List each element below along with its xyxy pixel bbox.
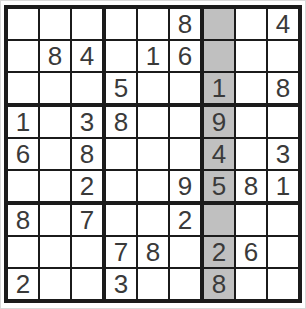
cell-r8c9[interactable] [268, 237, 298, 269]
cell-r1c2[interactable] [40, 9, 72, 41]
cell-r8c2[interactable] [40, 237, 72, 269]
cell-r9c7[interactable]: 8 [204, 269, 236, 299]
cell-r9c3[interactable] [72, 269, 106, 299]
cell-r2c2[interactable]: 8 [40, 41, 72, 73]
cell-r3c9[interactable]: 8 [268, 73, 298, 107]
cell-r3c7[interactable]: 1 [204, 73, 236, 107]
cell-r9c5[interactable] [138, 269, 170, 299]
cell-r9c9[interactable] [268, 269, 298, 299]
cell-r9c8[interactable] [236, 269, 268, 299]
cell-r2c8[interactable] [236, 41, 268, 73]
cell-r4c2[interactable] [40, 107, 72, 139]
cell-r7c1[interactable]: 8 [8, 205, 40, 237]
cell-r3c6[interactable] [170, 73, 204, 107]
cell-r4c6[interactable] [170, 107, 204, 139]
cell-r1c7[interactable] [204, 9, 236, 41]
cell-r5c3[interactable]: 8 [72, 139, 106, 171]
cell-r4c9[interactable] [268, 107, 298, 139]
cell-r9c2[interactable] [40, 269, 72, 299]
cell-r4c5[interactable] [138, 107, 170, 139]
cell-r5c6[interactable] [170, 139, 204, 171]
cell-r3c3[interactable] [72, 73, 106, 107]
cell-r7c4[interactable] [106, 205, 138, 237]
cell-r5c4[interactable] [106, 139, 138, 171]
cell-r5c2[interactable] [40, 139, 72, 171]
cell-r1c9[interactable]: 4 [268, 9, 298, 41]
cell-r5c1[interactable]: 6 [8, 139, 40, 171]
cell-r8c1[interactable] [8, 237, 40, 269]
cell-r8c4[interactable]: 7 [106, 237, 138, 269]
cell-r7c3[interactable]: 7 [72, 205, 106, 237]
cell-r2c3[interactable]: 4 [72, 41, 106, 73]
cell-r4c3[interactable]: 3 [72, 107, 106, 139]
sudoku-page: 84841651813896843295818727826238 [0, 0, 306, 309]
cell-r5c9[interactable]: 3 [268, 139, 298, 171]
cell-r5c5[interactable] [138, 139, 170, 171]
cell-r4c8[interactable] [236, 107, 268, 139]
cell-r9c1[interactable]: 2 [8, 269, 40, 299]
cell-r3c4[interactable]: 5 [106, 73, 138, 107]
cell-r6c9[interactable]: 1 [268, 171, 298, 205]
cell-r8c8[interactable]: 6 [236, 237, 268, 269]
cell-r2c7[interactable] [204, 41, 236, 73]
cell-r7c6[interactable]: 2 [170, 205, 204, 237]
cell-r3c5[interactable] [138, 73, 170, 107]
cell-r9c4[interactable]: 3 [106, 269, 138, 299]
cell-r6c5[interactable] [138, 171, 170, 205]
cell-r8c7[interactable]: 2 [204, 237, 236, 269]
cell-r6c4[interactable] [106, 171, 138, 205]
cell-r1c8[interactable] [236, 9, 268, 41]
cell-r2c4[interactable] [106, 41, 138, 73]
cell-r4c1[interactable]: 1 [8, 107, 40, 139]
cell-r8c6[interactable] [170, 237, 204, 269]
cell-r1c3[interactable] [72, 9, 106, 41]
cell-r6c7[interactable]: 5 [204, 171, 236, 205]
cell-r7c7[interactable] [204, 205, 236, 237]
cell-r3c2[interactable] [40, 73, 72, 107]
cell-r5c8[interactable] [236, 139, 268, 171]
cell-r2c1[interactable] [8, 41, 40, 73]
cell-r6c2[interactable] [40, 171, 72, 205]
cell-r2c9[interactable] [268, 41, 298, 73]
cell-r6c3[interactable]: 2 [72, 171, 106, 205]
cell-r6c6[interactable]: 9 [170, 171, 204, 205]
cell-r8c3[interactable] [72, 237, 106, 269]
cell-r7c2[interactable] [40, 205, 72, 237]
cell-r4c7[interactable]: 9 [204, 107, 236, 139]
cell-r1c6[interactable]: 8 [170, 9, 204, 41]
cell-r4c4[interactable]: 8 [106, 107, 138, 139]
sudoku-board: 84841651813896843295818727826238 [4, 5, 302, 303]
cell-r5c7[interactable]: 4 [204, 139, 236, 171]
cell-r1c1[interactable] [8, 9, 40, 41]
cell-r3c1[interactable] [8, 73, 40, 107]
cell-r2c6[interactable]: 6 [170, 41, 204, 73]
cell-r1c4[interactable] [106, 9, 138, 41]
cell-r7c5[interactable] [138, 205, 170, 237]
cell-r7c8[interactable] [236, 205, 268, 237]
cell-r7c9[interactable] [268, 205, 298, 237]
cell-r9c6[interactable] [170, 269, 204, 299]
cell-r8c5[interactable]: 8 [138, 237, 170, 269]
cell-r6c8[interactable]: 8 [236, 171, 268, 205]
cell-r2c5[interactable]: 1 [138, 41, 170, 73]
cell-r6c1[interactable] [8, 171, 40, 205]
cell-r1c5[interactable] [138, 9, 170, 41]
cell-r3c8[interactable] [236, 73, 268, 107]
